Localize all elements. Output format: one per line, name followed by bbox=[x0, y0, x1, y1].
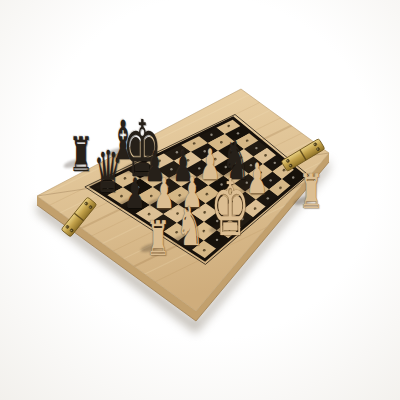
product-photo-canvas: ♝♜♚♞♟♟♟♛♟♜♟♟♟♚♞♜ bbox=[0, 0, 400, 400]
chess-board bbox=[0, 0, 400, 400]
